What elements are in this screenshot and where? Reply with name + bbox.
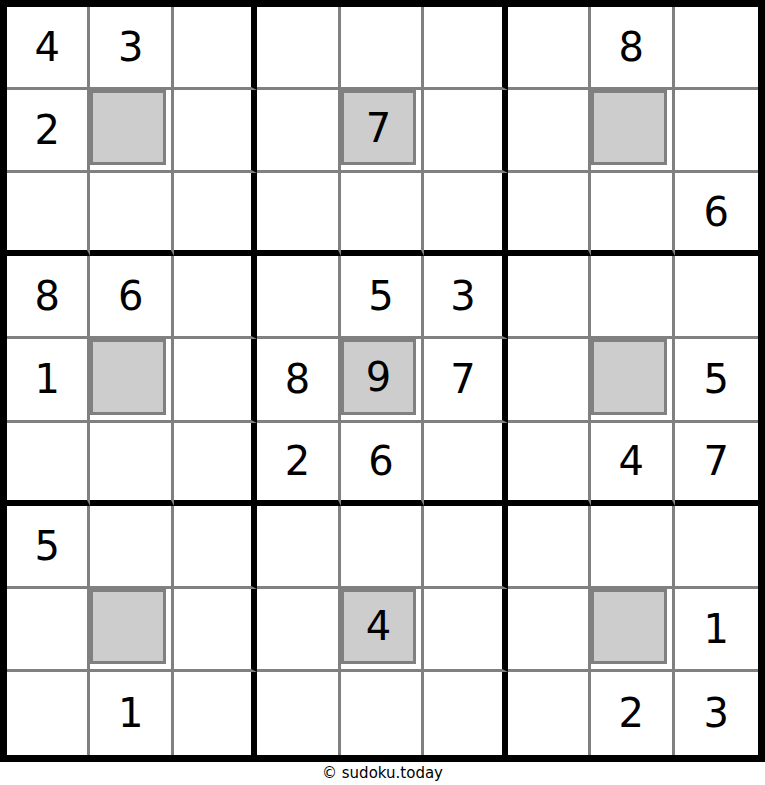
given-digit: 9 <box>366 357 391 397</box>
cell-r2c1[interactable]: 2 <box>7 90 90 173</box>
cell-r2c7[interactable] <box>508 90 591 173</box>
cell-r2c6[interactable] <box>424 90 507 173</box>
cell-r5c5[interactable]: 9 <box>341 339 424 422</box>
cell-r3c3[interactable] <box>174 173 257 256</box>
cell-r4c2[interactable]: 6 <box>90 256 173 339</box>
cell-r6c7[interactable] <box>508 423 591 506</box>
given-digit: 6 <box>704 192 729 232</box>
cell-r1c9[interactable] <box>675 7 758 90</box>
cell-r3c7[interactable] <box>508 173 591 256</box>
shaded-cell-highlight: 9 <box>341 339 416 414</box>
shaded-cell-highlight <box>591 589 666 664</box>
cell-r1c6[interactable] <box>424 7 507 90</box>
shaded-cell-highlight <box>591 339 666 414</box>
shaded-cell-highlight <box>90 339 165 414</box>
shaded-cell-highlight <box>591 90 666 165</box>
cell-r9c5[interactable] <box>341 672 424 755</box>
cell-r3c5[interactable] <box>341 173 424 256</box>
given-digit: 4 <box>619 441 644 481</box>
cell-r6c2[interactable] <box>90 423 173 506</box>
given-digit: 3 <box>118 27 143 67</box>
given-digit: 6 <box>368 441 393 481</box>
cell-r4c5[interactable]: 5 <box>341 256 424 339</box>
cell-r8c2[interactable] <box>90 589 173 672</box>
cell-r3c2[interactable] <box>90 173 173 256</box>
cell-r1c7[interactable] <box>508 7 591 90</box>
cell-r3c4[interactable] <box>257 173 340 256</box>
shaded-cell-highlight <box>90 90 165 165</box>
sudoku-page: 4382768653189752647541123 © sudoku.today <box>0 0 765 785</box>
cell-r3c6[interactable] <box>424 173 507 256</box>
cell-r9c9[interactable]: 3 <box>675 672 758 755</box>
cell-r5c3[interactable] <box>174 339 257 422</box>
cell-r7c8[interactable] <box>591 506 674 589</box>
given-digit: 8 <box>34 276 59 316</box>
cell-r3c1[interactable] <box>7 173 90 256</box>
cell-r4c4[interactable] <box>257 256 340 339</box>
cell-r1c4[interactable] <box>257 7 340 90</box>
cell-r1c2[interactable]: 3 <box>90 7 173 90</box>
cell-r7c4[interactable] <box>257 506 340 589</box>
cell-r8c6[interactable] <box>424 589 507 672</box>
given-digit: 3 <box>704 693 729 733</box>
cell-r4c7[interactable] <box>508 256 591 339</box>
cell-r6c8[interactable]: 4 <box>591 423 674 506</box>
copyright-text: © sudoku.today <box>322 766 443 781</box>
cell-r8c5[interactable]: 4 <box>341 589 424 672</box>
given-digit: 2 <box>619 693 644 733</box>
cell-r2c8[interactable] <box>591 90 674 173</box>
cell-r5c2[interactable] <box>90 339 173 422</box>
footer: © sudoku.today <box>0 762 765 785</box>
cell-r6c9[interactable]: 7 <box>675 423 758 506</box>
cell-r9c2[interactable]: 1 <box>90 672 173 755</box>
cell-r4c3[interactable] <box>174 256 257 339</box>
given-digit: 3 <box>450 276 475 316</box>
cell-r1c3[interactable] <box>174 7 257 90</box>
cell-r9c7[interactable] <box>508 672 591 755</box>
cell-r2c4[interactable] <box>257 90 340 173</box>
given-digit: 1 <box>704 609 729 649</box>
cell-r9c8[interactable]: 2 <box>591 672 674 755</box>
cell-r6c5[interactable]: 6 <box>341 423 424 506</box>
cell-r5c4[interactable]: 8 <box>257 339 340 422</box>
cell-r7c2[interactable] <box>90 506 173 589</box>
shaded-cell-highlight <box>90 589 165 664</box>
cell-r9c3[interactable] <box>174 672 257 755</box>
cell-r9c6[interactable] <box>424 672 507 755</box>
cell-r1c8[interactable]: 8 <box>591 7 674 90</box>
given-digit: 7 <box>704 441 729 481</box>
cell-r2c3[interactable] <box>174 90 257 173</box>
sudoku-board: 4382768653189752647541123 <box>0 0 765 762</box>
cell-r8c3[interactable] <box>174 589 257 672</box>
given-digit: 2 <box>34 110 59 150</box>
shaded-cell-highlight: 7 <box>341 90 416 165</box>
cell-r4c1[interactable]: 8 <box>7 256 90 339</box>
cell-r5c1[interactable]: 1 <box>7 339 90 422</box>
cell-r9c4[interactable] <box>257 672 340 755</box>
cell-r1c1[interactable]: 4 <box>7 7 90 90</box>
given-digit: 6 <box>118 276 143 316</box>
given-digit: 1 <box>118 693 143 733</box>
cell-r7c5[interactable] <box>341 506 424 589</box>
cell-r4c8[interactable] <box>591 256 674 339</box>
cell-r3c9[interactable]: 6 <box>675 173 758 256</box>
cell-r3c8[interactable] <box>591 173 674 256</box>
cell-r5c8[interactable] <box>591 339 674 422</box>
cell-r1c5[interactable] <box>341 7 424 90</box>
given-digit: 4 <box>366 606 391 646</box>
given-digit: 5 <box>368 276 393 316</box>
given-digit: 5 <box>704 359 729 399</box>
cell-r4c9[interactable] <box>675 256 758 339</box>
cell-r5c9[interactable]: 5 <box>675 339 758 422</box>
cell-r2c5[interactable]: 7 <box>341 90 424 173</box>
cell-r8c8[interactable] <box>591 589 674 672</box>
cell-r2c2[interactable] <box>90 90 173 173</box>
cell-r7c6[interactable] <box>424 506 507 589</box>
cell-r2c9[interactable] <box>675 90 758 173</box>
cell-r7c9[interactable] <box>675 506 758 589</box>
cell-r5c7[interactable] <box>508 339 591 422</box>
cell-r9c1[interactable] <box>7 672 90 755</box>
cell-r6c4[interactable]: 2 <box>257 423 340 506</box>
given-digit: 2 <box>285 441 310 481</box>
shaded-cell-highlight: 4 <box>341 589 416 664</box>
cell-r8c1[interactable] <box>7 589 90 672</box>
cell-r8c4[interactable] <box>257 589 340 672</box>
given-digit: 7 <box>366 108 391 148</box>
cell-r8c7[interactable] <box>508 589 591 672</box>
cell-r7c1[interactable]: 5 <box>7 506 90 589</box>
cell-r6c1[interactable] <box>7 423 90 506</box>
cell-r6c3[interactable] <box>174 423 257 506</box>
cell-r6c6[interactable] <box>424 423 507 506</box>
given-digit: 8 <box>619 27 644 67</box>
cell-r7c7[interactable] <box>508 506 591 589</box>
given-digit: 8 <box>285 359 310 399</box>
given-digit: 7 <box>450 359 475 399</box>
cell-r7c3[interactable] <box>174 506 257 589</box>
given-digit: 1 <box>34 359 59 399</box>
given-digit: 4 <box>34 27 59 67</box>
given-digit: 5 <box>34 526 59 566</box>
cell-r4c6[interactable]: 3 <box>424 256 507 339</box>
cell-r8c9[interactable]: 1 <box>675 589 758 672</box>
cell-r5c6[interactable]: 7 <box>424 339 507 422</box>
